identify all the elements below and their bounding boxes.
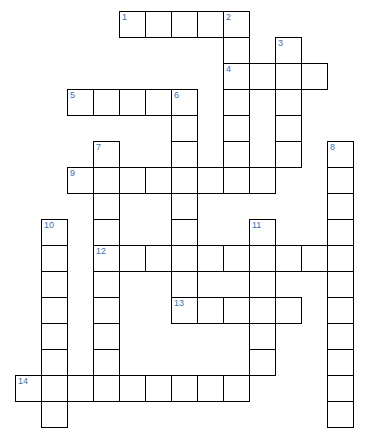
cell-r5c3[interactable]: 7 bbox=[93, 141, 120, 168]
cell-r14c0[interactable]: 14 bbox=[15, 375, 42, 402]
cell-r3c2[interactable]: 5 bbox=[67, 89, 94, 116]
cell-r11c9[interactable] bbox=[249, 297, 276, 324]
cell-r3c3[interactable] bbox=[93, 89, 120, 116]
cell-r4c8[interactable] bbox=[223, 115, 250, 142]
cell-r10c1[interactable] bbox=[41, 271, 68, 298]
cell-r6c12[interactable] bbox=[327, 167, 354, 194]
cell-r10c3[interactable] bbox=[93, 271, 120, 298]
clue-number-6: 6 bbox=[174, 91, 179, 100]
cell-r15c12[interactable] bbox=[327, 401, 354, 428]
cell-r0c6[interactable] bbox=[171, 11, 198, 38]
cell-r13c12[interactable] bbox=[327, 349, 354, 376]
clue-number-3: 3 bbox=[278, 39, 283, 48]
cell-r14c2[interactable] bbox=[67, 375, 94, 402]
cell-r14c5[interactable] bbox=[145, 375, 172, 402]
cell-r9c5[interactable] bbox=[145, 245, 172, 272]
cell-r3c10[interactable] bbox=[275, 89, 302, 116]
cell-r8c12[interactable] bbox=[327, 219, 354, 246]
cell-r11c3[interactable] bbox=[93, 297, 120, 324]
clue-number-10: 10 bbox=[44, 221, 54, 230]
clue-number-5: 5 bbox=[70, 91, 75, 100]
clue-number-8: 8 bbox=[330, 143, 335, 152]
cell-r9c4[interactable] bbox=[119, 245, 146, 272]
clue-number-7: 7 bbox=[96, 143, 101, 152]
cell-r13c9[interactable] bbox=[249, 349, 276, 376]
cell-r3c4[interactable] bbox=[119, 89, 146, 116]
cell-r12c3[interactable] bbox=[93, 323, 120, 350]
cell-r8c1[interactable]: 10 bbox=[41, 219, 68, 246]
cell-r2c10[interactable] bbox=[275, 63, 302, 90]
cell-r14c7[interactable] bbox=[197, 375, 224, 402]
clue-number-1: 1 bbox=[122, 13, 127, 22]
cell-r3c8[interactable] bbox=[223, 89, 250, 116]
cell-r14c8[interactable] bbox=[223, 375, 250, 402]
cell-r14c3[interactable] bbox=[93, 375, 120, 402]
cell-r7c6[interactable] bbox=[171, 193, 198, 220]
cell-r10c9[interactable] bbox=[249, 271, 276, 298]
cell-r11c12[interactable] bbox=[327, 297, 354, 324]
cell-r12c1[interactable] bbox=[41, 323, 68, 350]
cell-r14c1[interactable] bbox=[41, 375, 68, 402]
cell-r3c5[interactable] bbox=[145, 89, 172, 116]
cell-r6c6[interactable] bbox=[171, 167, 198, 194]
cell-r9c7[interactable] bbox=[197, 245, 224, 272]
cell-r8c9[interactable]: 11 bbox=[249, 219, 276, 246]
clue-number-2: 2 bbox=[226, 13, 231, 22]
cell-r6c3[interactable] bbox=[93, 167, 120, 194]
cell-r12c12[interactable] bbox=[327, 323, 354, 350]
cell-r10c12[interactable] bbox=[327, 271, 354, 298]
cell-r0c5[interactable] bbox=[145, 11, 172, 38]
cell-r13c3[interactable] bbox=[93, 349, 120, 376]
cell-r0c8[interactable]: 2 bbox=[223, 11, 250, 38]
cell-r4c6[interactable] bbox=[171, 115, 198, 142]
cell-r0c7[interactable] bbox=[197, 11, 224, 38]
cell-r15c1[interactable] bbox=[41, 401, 68, 428]
cell-r6c4[interactable] bbox=[119, 167, 146, 194]
cell-r5c8[interactable] bbox=[223, 141, 250, 168]
cell-r6c8[interactable] bbox=[223, 167, 250, 194]
cell-r9c6[interactable] bbox=[171, 245, 198, 272]
cell-r13c1[interactable] bbox=[41, 349, 68, 376]
cell-r7c12[interactable] bbox=[327, 193, 354, 220]
cell-r11c1[interactable] bbox=[41, 297, 68, 324]
cell-r4c10[interactable] bbox=[275, 115, 302, 142]
cell-r9c10[interactable] bbox=[275, 245, 302, 272]
cell-r2c9[interactable] bbox=[249, 63, 276, 90]
cell-r6c9[interactable] bbox=[249, 167, 276, 194]
cell-r5c6[interactable] bbox=[171, 141, 198, 168]
cell-r9c12[interactable] bbox=[327, 245, 354, 272]
cell-r0c4[interactable]: 1 bbox=[119, 11, 146, 38]
cell-r9c1[interactable] bbox=[41, 245, 68, 272]
cell-r7c3[interactable] bbox=[93, 193, 120, 220]
cell-r14c12[interactable] bbox=[327, 375, 354, 402]
cell-r1c10[interactable]: 3 bbox=[275, 37, 302, 64]
cell-r1c8[interactable] bbox=[223, 37, 250, 64]
clue-number-12: 12 bbox=[96, 247, 106, 256]
cell-r6c2[interactable]: 9 bbox=[67, 167, 94, 194]
cell-r8c3[interactable] bbox=[93, 219, 120, 246]
cell-r9c9[interactable] bbox=[249, 245, 276, 272]
cell-r2c11[interactable] bbox=[301, 63, 328, 90]
cell-r11c8[interactable] bbox=[223, 297, 250, 324]
cell-r5c12[interactable]: 8 bbox=[327, 141, 354, 168]
crossword-page: 1234567891011121314 bbox=[0, 0, 379, 439]
cell-r2c8[interactable]: 4 bbox=[223, 63, 250, 90]
cell-r9c3[interactable]: 12 bbox=[93, 245, 120, 272]
cell-r10c6[interactable] bbox=[171, 271, 198, 298]
cell-r11c7[interactable] bbox=[197, 297, 224, 324]
clue-number-13: 13 bbox=[174, 299, 184, 308]
cell-r11c6[interactable]: 13 bbox=[171, 297, 198, 324]
clue-number-4: 4 bbox=[226, 65, 231, 74]
cell-r6c5[interactable] bbox=[145, 167, 172, 194]
cell-r3c6[interactable]: 6 bbox=[171, 89, 198, 116]
cell-r14c4[interactable] bbox=[119, 375, 146, 402]
cell-r14c6[interactable] bbox=[171, 375, 198, 402]
crossword-board: 1234567891011121314 bbox=[0, 0, 379, 439]
cell-r6c7[interactable] bbox=[197, 167, 224, 194]
cell-r5c10[interactable] bbox=[275, 141, 302, 168]
clue-number-14: 14 bbox=[18, 377, 28, 386]
cell-r8c6[interactable] bbox=[171, 219, 198, 246]
cell-r11c10[interactable] bbox=[275, 297, 302, 324]
clue-number-9: 9 bbox=[70, 169, 75, 178]
clue-number-11: 11 bbox=[252, 221, 261, 230]
cell-r9c8[interactable] bbox=[223, 245, 250, 272]
cell-r9c11[interactable] bbox=[301, 245, 328, 272]
cell-r12c9[interactable] bbox=[249, 323, 276, 350]
